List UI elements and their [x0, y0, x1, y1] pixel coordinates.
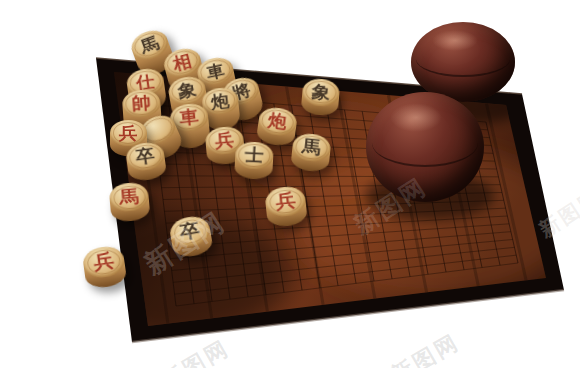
watermark-text: 新图网	[156, 333, 236, 368]
photo-scene: 馬相車仕象將象炮帥車炮兵兵馬士卒馬兵卒兵 新图网新图网新图网新图网新图网	[0, 0, 580, 368]
watermark-text: 新图网	[386, 327, 466, 368]
watermark-text: 新图网	[534, 183, 580, 243]
watermark-layer: 新图网新图网新图网新图网新图网	[0, 0, 580, 368]
watermark-text: 新图网	[348, 171, 433, 242]
watermark-text: 新图网	[137, 203, 232, 282]
